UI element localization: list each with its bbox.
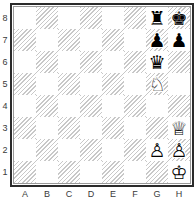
square-c7[interactable]	[58, 29, 80, 51]
square-f3[interactable]	[124, 117, 146, 139]
square-h5[interactable]	[168, 73, 190, 95]
file-label-d: D	[80, 187, 102, 200]
rank-label-3: 3	[0, 117, 10, 139]
square-f4[interactable]	[124, 95, 146, 117]
square-e7[interactable]	[102, 29, 124, 51]
file-label-b: B	[36, 187, 58, 200]
square-d3[interactable]	[80, 117, 102, 139]
square-d6[interactable]	[80, 51, 102, 73]
square-e2[interactable]	[102, 139, 124, 161]
white-queen-piece: ♛♕	[168, 117, 190, 139]
square-b7[interactable]	[36, 29, 58, 51]
square-e4[interactable]	[102, 95, 124, 117]
square-g4[interactable]	[146, 95, 168, 117]
square-c3[interactable]	[58, 117, 80, 139]
square-f5[interactable]	[124, 73, 146, 95]
square-b2[interactable]	[36, 139, 58, 161]
square-e8[interactable]	[102, 7, 124, 29]
square-b3[interactable]	[36, 117, 58, 139]
square-e3[interactable]	[102, 117, 124, 139]
square-b4[interactable]	[36, 95, 58, 117]
square-c5[interactable]	[58, 73, 80, 95]
white-pawn-piece: ♟♙	[168, 139, 190, 161]
piece-glyph: ♔	[170, 161, 187, 183]
square-f6[interactable]	[124, 51, 146, 73]
piece-glyph: ♟	[170, 29, 187, 51]
square-d5[interactable]	[80, 73, 102, 95]
file-label-a: A	[14, 187, 36, 200]
piece-glyph: ♛	[148, 51, 165, 73]
piece-glyph: ♕	[170, 117, 187, 139]
square-c2[interactable]	[58, 139, 80, 161]
chess-diagram: 87654321 ♜♜♚♚♟♟♟♟♛♛♞♘♛♕♟♙♟♙♚♔ ABCDEFGH	[0, 0, 196, 200]
file-label-g: G	[146, 187, 168, 200]
square-c8[interactable]	[58, 7, 80, 29]
rank-label-7: 7	[0, 29, 10, 51]
square-d2[interactable]	[80, 139, 102, 161]
rank-label-4: 4	[0, 95, 10, 117]
square-d7[interactable]	[80, 29, 102, 51]
black-queen-piece: ♛♛	[146, 51, 168, 73]
square-e1[interactable]	[102, 161, 124, 183]
square-f1[interactable]	[124, 161, 146, 183]
black-rook-piece: ♜♜	[146, 7, 168, 29]
square-c6[interactable]	[58, 51, 80, 73]
square-e6[interactable]	[102, 51, 124, 73]
square-c1[interactable]	[58, 161, 80, 183]
piece-glyph: ♙	[170, 139, 187, 161]
square-b5[interactable]	[36, 73, 58, 95]
piece-glyph: ♟	[148, 29, 165, 51]
square-g2[interactable]: ♟♙	[146, 139, 168, 161]
piece-glyph: ♙	[148, 139, 165, 161]
black-king-piece: ♚♚	[168, 7, 190, 29]
rank-label-1: 1	[0, 161, 10, 183]
square-g5[interactable]: ♞♘	[146, 73, 168, 95]
rank-label-5: 5	[0, 73, 10, 95]
file-label-f: F	[124, 187, 146, 200]
square-h4[interactable]	[168, 95, 190, 117]
rank-label-6: 6	[0, 51, 10, 73]
square-g7[interactable]: ♟♟	[146, 29, 168, 51]
square-f8[interactable]	[124, 7, 146, 29]
square-b8[interactable]	[36, 7, 58, 29]
square-d8[interactable]	[80, 7, 102, 29]
square-f7[interactable]	[124, 29, 146, 51]
square-e5[interactable]	[102, 73, 124, 95]
white-pawn-piece: ♟♙	[146, 139, 168, 161]
square-g1[interactable]	[146, 161, 168, 183]
square-h1[interactable]: ♚♔	[168, 161, 190, 183]
white-knight-piece: ♞♘	[146, 73, 168, 95]
file-label-c: C	[58, 187, 80, 200]
rank-labels: 87654321	[0, 7, 10, 183]
chess-board: ♜♜♚♚♟♟♟♟♛♛♞♘♛♕♟♙♟♙♚♔	[10, 3, 194, 187]
white-king-piece: ♚♔	[168, 161, 190, 183]
piece-glyph: ♚	[170, 7, 187, 29]
square-a1[interactable]	[14, 161, 36, 183]
board-grid: ♜♜♚♚♟♟♟♟♛♛♞♘♛♕♟♙♟♙♚♔	[13, 6, 191, 184]
square-c4[interactable]	[58, 95, 80, 117]
square-b6[interactable]	[36, 51, 58, 73]
rank-label-2: 2	[0, 139, 10, 161]
square-a5[interactable]	[14, 73, 36, 95]
file-label-e: E	[102, 187, 124, 200]
square-a4[interactable]	[14, 95, 36, 117]
piece-glyph: ♘	[148, 73, 165, 95]
square-h7[interactable]: ♟♟	[168, 29, 190, 51]
square-h3[interactable]: ♛♕	[168, 117, 190, 139]
black-pawn-piece: ♟♟	[146, 29, 168, 51]
square-g6[interactable]: ♛♛	[146, 51, 168, 73]
square-a7[interactable]	[14, 29, 36, 51]
square-b1[interactable]	[36, 161, 58, 183]
square-g3[interactable]	[146, 117, 168, 139]
square-a3[interactable]	[14, 117, 36, 139]
square-a6[interactable]	[14, 51, 36, 73]
square-g8[interactable]: ♜♜	[146, 7, 168, 29]
square-d1[interactable]	[80, 161, 102, 183]
file-labels: ABCDEFGH	[14, 187, 190, 200]
square-a8[interactable]	[14, 7, 36, 29]
rank-label-8: 8	[0, 7, 10, 29]
square-h6[interactable]	[168, 51, 190, 73]
black-pawn-piece: ♟♟	[168, 29, 190, 51]
square-d4[interactable]	[80, 95, 102, 117]
piece-glyph: ♜	[148, 7, 165, 29]
file-label-h: H	[168, 187, 190, 200]
square-f2[interactable]	[124, 139, 146, 161]
square-h8[interactable]: ♚♚	[168, 7, 190, 29]
square-a2[interactable]	[14, 139, 36, 161]
square-h2[interactable]: ♟♙	[168, 139, 190, 161]
